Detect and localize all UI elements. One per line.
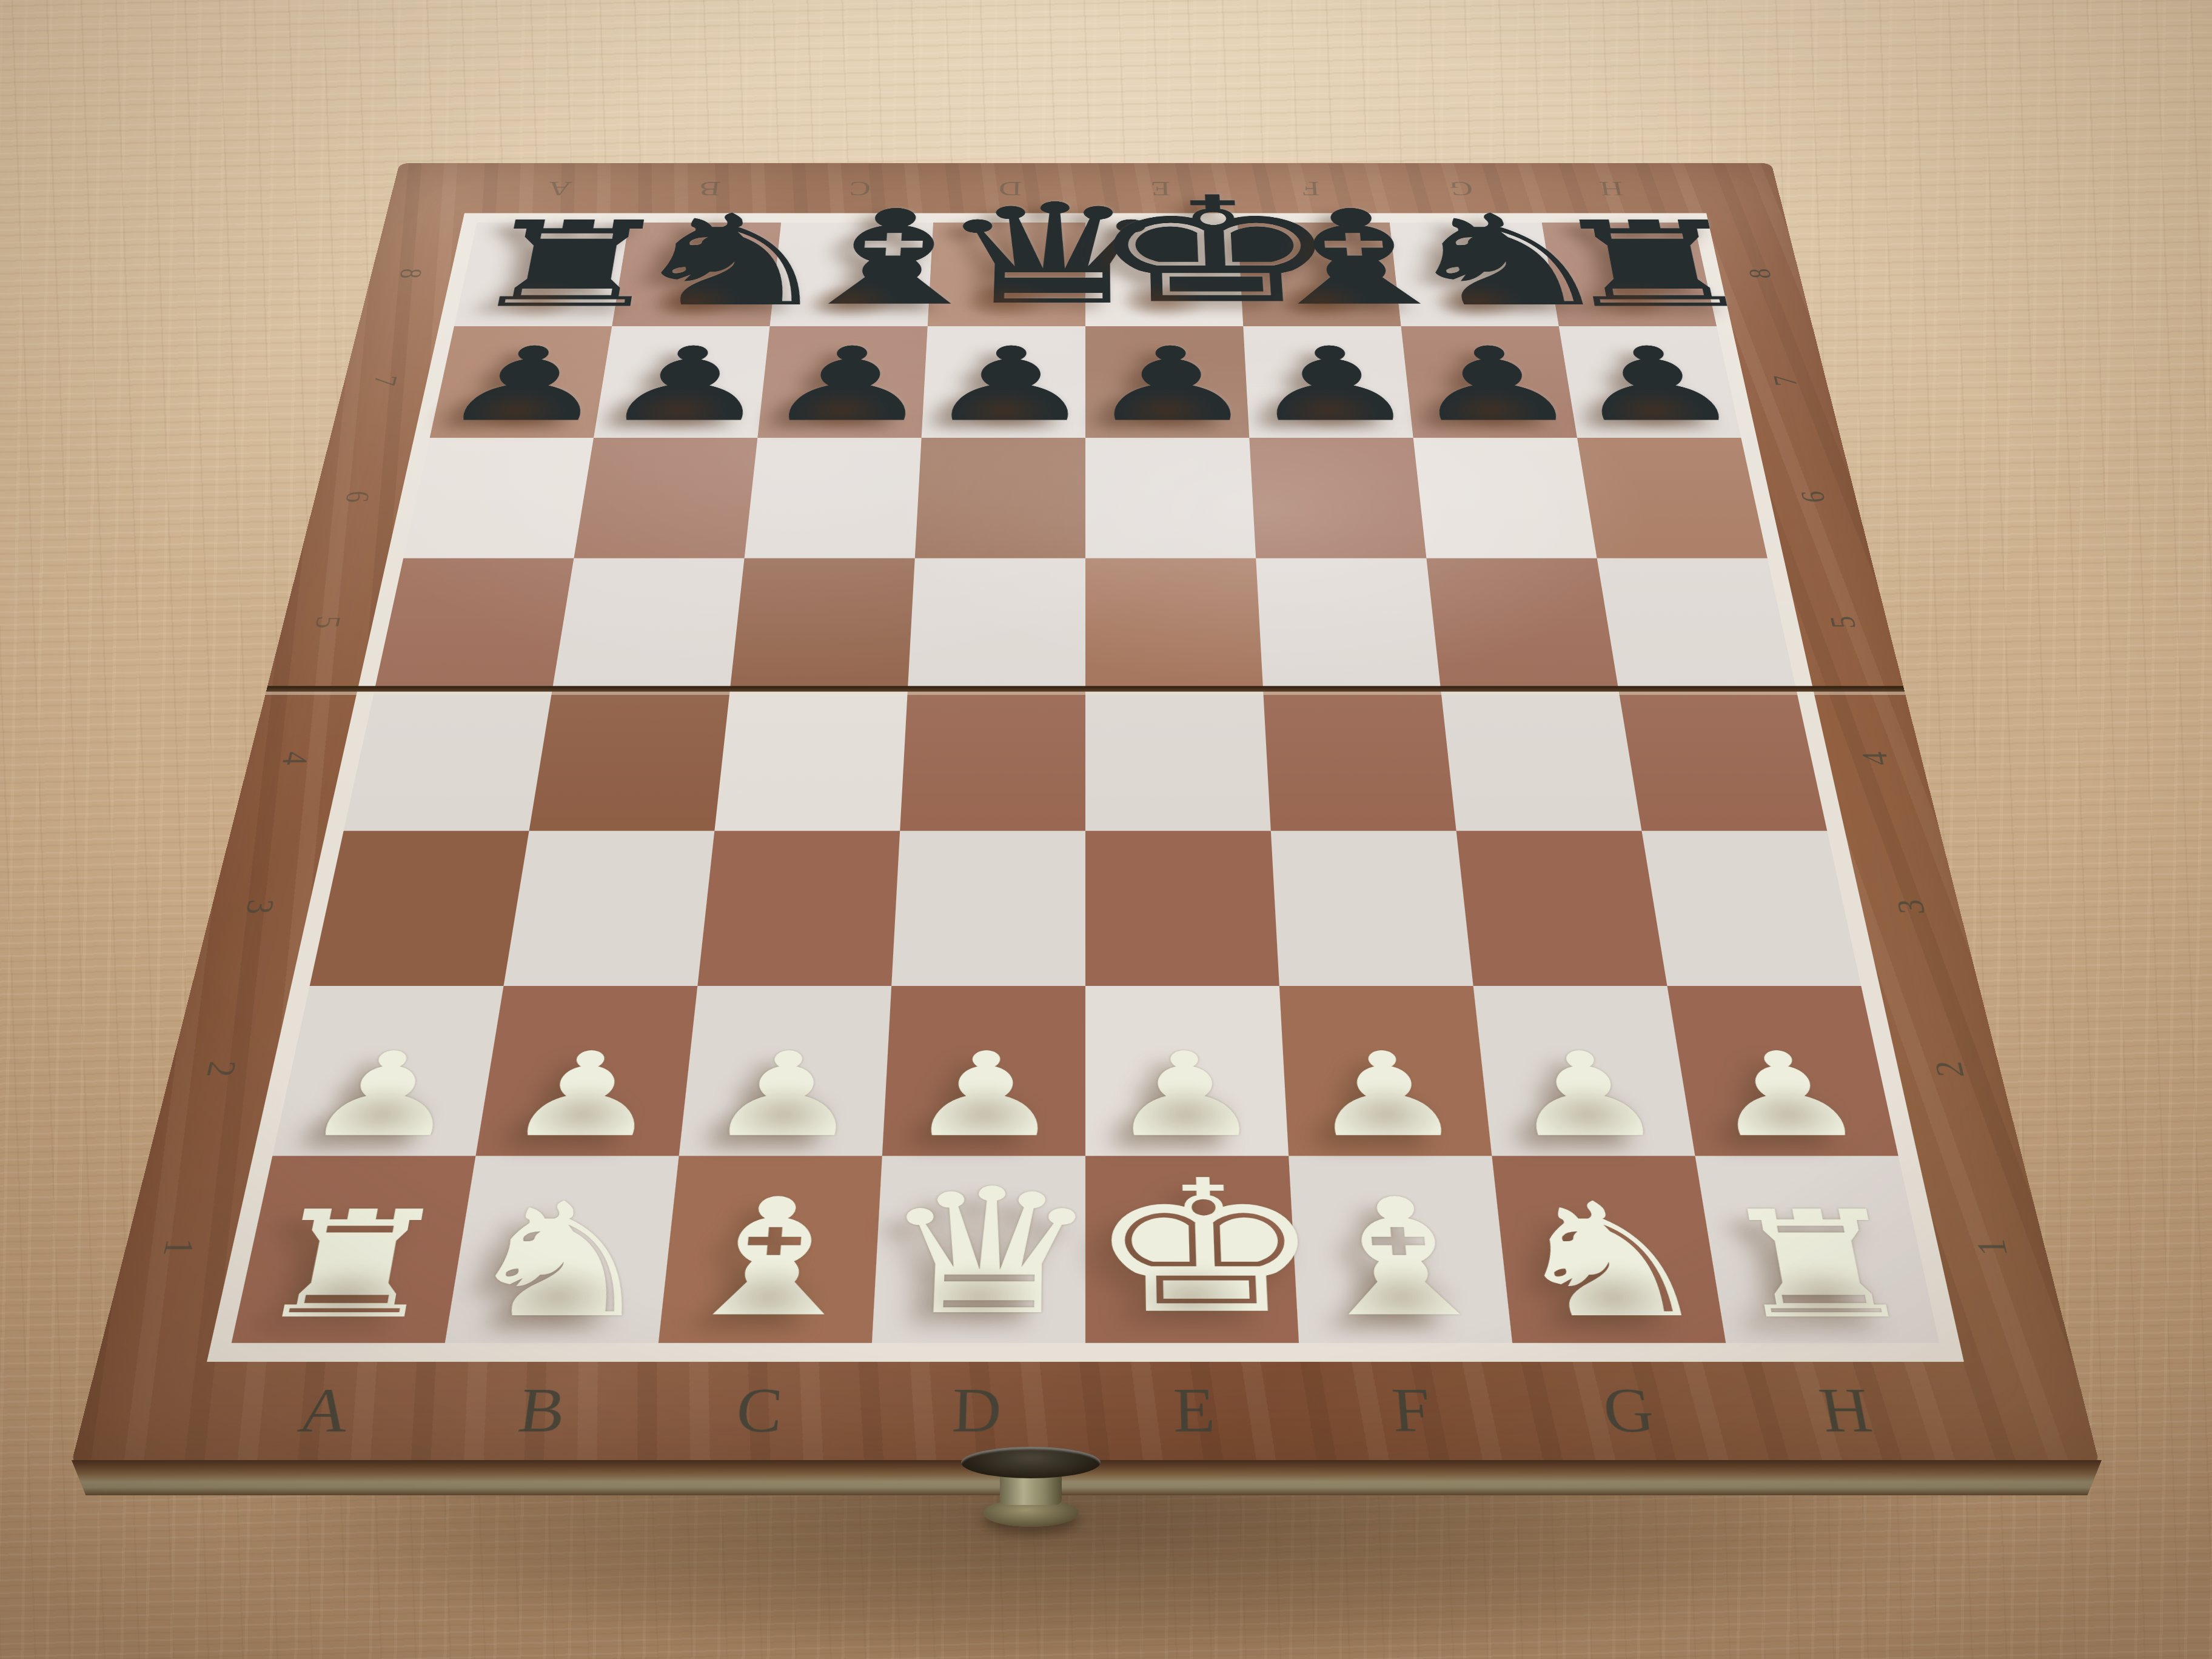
rook-glyph: ♜ — [1701, 1192, 1939, 1340]
file-label-bottom-c: C — [646, 1363, 871, 1458]
king-glyph: ♚ — [1085, 178, 1243, 324]
pawn-glyph: ♟ — [1402, 334, 1577, 437]
pieces-layer: ♜♞♝♛♚♝♞♜♟♟♟♟♟♟♟♟♟♟♟♟♟♟♟♟♜♞♝♛♚♝♞♜ — [232, 223, 1940, 1343]
piece-black-pawn-e7: ♟ — [1085, 326, 1249, 438]
rook-glyph: ♜ — [232, 1192, 470, 1340]
piece-black-pawn-a7: ♟ — [430, 326, 612, 438]
piece-white-pawn-d2: ♟ — [882, 986, 1085, 1156]
pawn-glyph: ♟ — [1560, 334, 1741, 437]
piece-black-bishop-f8: ♝ — [1238, 223, 1401, 326]
king-glyph: ♚ — [1085, 1157, 1299, 1340]
file-label-bottom-h: H — [1729, 1363, 1965, 1458]
piece-white-rook-a1: ♜ — [232, 1156, 476, 1343]
rook-glyph: ♜ — [455, 206, 632, 324]
piece-black-knight-g8: ♞ — [1390, 223, 1559, 326]
piece-black-queen-d8: ♛ — [928, 223, 1085, 326]
piece-black-pawn-c7: ♟ — [757, 326, 927, 438]
file-label-bottom-g: G — [1515, 1363, 1744, 1458]
piece-white-pawn-f2: ♟ — [1279, 986, 1492, 1156]
queen-glyph: ♛ — [872, 1166, 1085, 1340]
chess-set-photo: ABCDEFGH 87654321 87654321 ABCDEFGH ♜♞♝♛… — [0, 0, 2212, 1659]
piece-black-bishop-c8: ♝ — [769, 223, 933, 326]
piece-white-queen-d1: ♛ — [872, 1156, 1085, 1343]
pawn-glyph: ♟ — [430, 334, 611, 437]
piece-black-pawn-f7: ♟ — [1243, 326, 1413, 438]
pawn-glyph: ♟ — [1282, 1037, 1491, 1154]
piece-white-pawn-c2: ♟ — [679, 986, 892, 1156]
file-label-bottom-f: F — [1300, 1363, 1525, 1458]
piece-black-knight-b8: ♞ — [612, 223, 781, 326]
piece-black-pawn-h7: ♟ — [1559, 326, 1741, 438]
knight-glyph: ♞ — [1495, 1183, 1725, 1341]
piece-black-rook-a8: ♜ — [454, 223, 629, 326]
pawn-glyph: ♟ — [1085, 334, 1249, 437]
pawn-glyph: ♟ — [1479, 1037, 1695, 1154]
bishop-glyph: ♝ — [770, 193, 935, 324]
perspective-wrapper: ABCDEFGH 87654321 87654321 ABCDEFGH ♜♞♝♛… — [0, 0, 2212, 1659]
chess-board: ABCDEFGH 87654321 87654321 ABCDEFGH ♜♞♝♛… — [71, 163, 2100, 1466]
file-label-bottom-a: A — [206, 1363, 441, 1458]
bishop-glyph: ♝ — [1290, 1178, 1512, 1341]
piece-white-king-e1: ♚ — [1085, 1156, 1299, 1343]
piece-white-knight-g1: ♞ — [1492, 1156, 1726, 1343]
piece-white-bishop-f1: ♝ — [1289, 1156, 1512, 1343]
pawn-glyph: ♟ — [1085, 1037, 1289, 1154]
bishop-glyph: ♝ — [659, 1178, 880, 1341]
pawn-glyph: ♟ — [476, 1037, 692, 1154]
knight-glyph: ♞ — [446, 1183, 676, 1341]
pawn-glyph: ♟ — [882, 1037, 1085, 1154]
piece-white-pawn-h2: ♟ — [1667, 986, 1898, 1156]
rook-glyph: ♜ — [1539, 206, 1716, 324]
pawn-glyph: ♟ — [273, 1037, 495, 1154]
piece-white-pawn-a2: ♟ — [272, 986, 503, 1156]
pawn-glyph: ♟ — [594, 334, 769, 437]
knight-glyph: ♞ — [1387, 199, 1558, 325]
piece-black-pawn-d7: ♟ — [922, 326, 1085, 438]
bishop-glyph: ♝ — [1236, 193, 1401, 324]
file-label-bottom-b: B — [426, 1363, 656, 1458]
piece-white-pawn-g2: ♟ — [1473, 986, 1695, 1156]
pawn-glyph: ♟ — [679, 1037, 888, 1154]
piece-black-pawn-g7: ♟ — [1401, 326, 1577, 438]
piece-white-pawn-e2: ♟ — [1085, 986, 1289, 1156]
piece-black-pawn-b7: ♟ — [594, 326, 769, 438]
pawn-glyph: ♟ — [1675, 1037, 1897, 1154]
piece-white-pawn-b2: ♟ — [475, 986, 697, 1156]
pawn-glyph: ♟ — [922, 334, 1085, 437]
piece-white-rook-h1: ♜ — [1695, 1156, 1940, 1343]
pawn-glyph: ♟ — [1244, 334, 1413, 437]
piece-black-king-e8: ♚ — [1085, 223, 1243, 326]
knight-glyph: ♞ — [612, 199, 784, 325]
piece-white-knight-b1: ♞ — [445, 1156, 679, 1343]
queen-glyph: ♛ — [928, 186, 1085, 325]
piece-white-bishop-c1: ♝ — [659, 1156, 882, 1343]
piece-black-rook-h8: ♜ — [1542, 223, 1717, 326]
file-label-bottom-e: E — [1085, 1363, 1305, 1458]
latch-top-plate — [961, 1447, 1101, 1478]
brass-latch-icon — [961, 1443, 1101, 1534]
pawn-glyph: ♟ — [758, 334, 927, 437]
